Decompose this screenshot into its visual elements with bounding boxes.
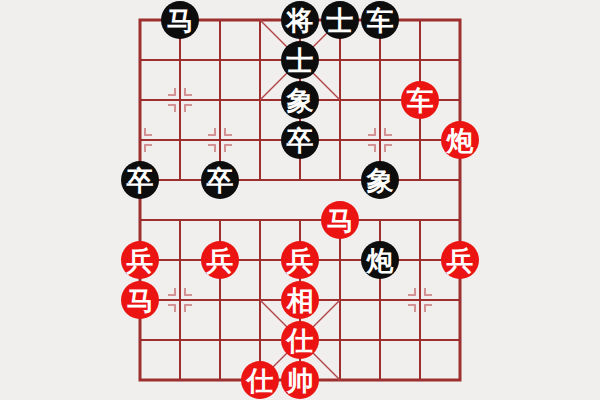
- black-chariot[interactable]: 车: [361, 1, 399, 39]
- red-advisor[interactable]: 仕: [241, 361, 279, 399]
- black-pawn[interactable]: 卒: [201, 161, 239, 199]
- red-horse[interactable]: 马: [321, 201, 359, 239]
- black-cannon[interactable]: 炮: [361, 241, 399, 279]
- red-pawn[interactable]: 兵: [441, 241, 479, 279]
- black-advisor[interactable]: 士: [321, 1, 359, 39]
- xiangqi-board[interactable]: 马将士车士象车卒炮卒卒象马兵兵兵炮兵马相仕仕帅: [140, 20, 460, 380]
- red-cannon[interactable]: 炮: [441, 121, 479, 159]
- black-elephant[interactable]: 象: [361, 161, 399, 199]
- red-horse[interactable]: 马: [121, 281, 159, 319]
- black-horse[interactable]: 马: [161, 1, 199, 39]
- black-pawn[interactable]: 卒: [281, 121, 319, 159]
- red-chariot[interactable]: 车: [401, 81, 439, 119]
- black-elephant[interactable]: 象: [281, 81, 319, 119]
- black-pawn[interactable]: 卒: [121, 161, 159, 199]
- red-pawn[interactable]: 兵: [281, 241, 319, 279]
- red-general[interactable]: 帅: [281, 361, 319, 399]
- black-advisor[interactable]: 士: [281, 41, 319, 79]
- red-advisor[interactable]: 仕: [281, 321, 319, 359]
- red-pawn[interactable]: 兵: [201, 241, 239, 279]
- xiangqi-screenshot: 马将士车士象车卒炮卒卒象马兵兵兵炮兵马相仕仕帅: [0, 0, 600, 400]
- red-pawn[interactable]: 兵: [121, 241, 159, 279]
- red-elephant[interactable]: 相: [281, 281, 319, 319]
- black-general[interactable]: 将: [281, 1, 319, 39]
